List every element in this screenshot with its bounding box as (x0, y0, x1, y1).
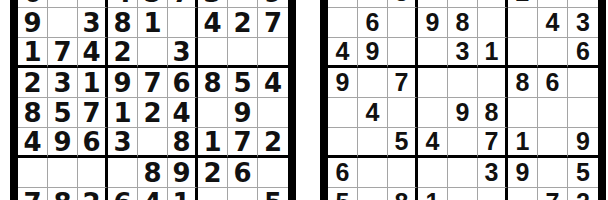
left-cell-r7c9[interactable] (258, 158, 288, 188)
right-cell-r2c5[interactable]: 8 (448, 8, 478, 38)
left-cell-r1c2[interactable] (48, 0, 78, 8)
left-cell-r5c1[interactable]: 8 (18, 98, 48, 128)
right-cell-r2c7[interactable] (508, 8, 538, 38)
left-cell-r5c5[interactable]: 2 (138, 98, 168, 128)
left-cell-r5c6[interactable]: 4 (168, 98, 198, 128)
sudoku-board-left: 6457399381427174232319768548571249496381… (10, 0, 296, 200)
left-cell-r3c9[interactable] (258, 38, 288, 68)
right-cell-r6c2[interactable] (358, 128, 388, 158)
right-cell-r4c7[interactable]: 8 (508, 68, 538, 98)
right-cell-r7c9[interactable]: 5 (568, 158, 598, 188)
right-cell-r2c1[interactable] (328, 8, 358, 38)
left-cell-r3c6[interactable]: 3 (168, 38, 198, 68)
right-cell-r1c7[interactable]: 2 (508, 0, 538, 8)
left-cell-r1c6[interactable]: 7 (168, 0, 198, 8)
left-cell-r7c4[interactable] (108, 158, 138, 188)
left-cell-r6c6[interactable]: 8 (168, 128, 198, 158)
right-cell-r8c9[interactable]: 2 (568, 188, 598, 200)
right-cell-r7c2[interactable] (358, 158, 388, 188)
right-cell-r1c1[interactable] (328, 0, 358, 8)
right-cell-r4c9[interactable] (568, 68, 598, 98)
left-cell-r3c2[interactable]: 7 (48, 38, 78, 68)
right-cell-r3c6[interactable]: 1 (478, 38, 508, 68)
right-cell-r7c8[interactable] (538, 158, 568, 188)
right-cell-r4c3[interactable]: 7 (388, 68, 418, 98)
right-cell-r5c9[interactable] (568, 98, 598, 128)
right-cell-r6c7[interactable]: 1 (508, 128, 538, 158)
right-cell-r8c1[interactable]: 5 (328, 188, 358, 200)
right-cell-r3c2[interactable]: 9 (358, 38, 388, 68)
left-cell-r6c3[interactable]: 6 (78, 128, 108, 158)
left-cell-r5c2[interactable]: 5 (48, 98, 78, 128)
right-cell-r5c4[interactable] (418, 98, 448, 128)
right-cell-r2c2[interactable]: 6 (358, 8, 388, 38)
right-cell-r3c4[interactable] (418, 38, 448, 68)
right-cell-r4c1[interactable]: 9 (328, 68, 358, 98)
left-cell-r5c4[interactable]: 1 (108, 98, 138, 128)
left-cell-r4c5[interactable]: 7 (138, 68, 168, 98)
left-cell-r8c3[interactable]: 2 (78, 188, 108, 200)
right-cell-r7c6[interactable]: 3 (478, 158, 508, 188)
left-cell-r4c1[interactable]: 2 (18, 68, 48, 98)
right-cell-r6c1[interactable] (328, 128, 358, 158)
right-cell-r2c8[interactable]: 4 (538, 8, 568, 38)
right-cell-r7c4[interactable] (418, 158, 448, 188)
right-cell-r5c5[interactable]: 9 (448, 98, 478, 128)
right-cell-r8c8[interactable]: 7 (538, 188, 568, 200)
right-cell-r8c2[interactable] (358, 188, 388, 200)
right-cell-r4c2[interactable] (358, 68, 388, 98)
left-cell-r3c8[interactable] (228, 38, 258, 68)
left-cell-r2c8[interactable]: 2 (228, 8, 258, 38)
left-cell-r6c2[interactable]: 9 (48, 128, 78, 158)
left-cell-r6c5[interactable] (138, 128, 168, 158)
right-cell-r1c8[interactable] (538, 0, 568, 8)
right-cell-r5c8[interactable] (538, 98, 568, 128)
right-cell-r4c8[interactable]: 6 (538, 68, 568, 98)
left-cell-r2c6[interactable] (168, 8, 198, 38)
left-cell-r8c1[interactable]: 7 (18, 188, 48, 200)
left-cell-r5c7[interactable] (198, 98, 228, 128)
sudoku-board-right: 326984349316978649854719639558172 (320, 0, 606, 200)
right-cell-r6c4[interactable]: 4 (418, 128, 448, 158)
left-cell-r4c6[interactable]: 6 (168, 68, 198, 98)
right-cell-r6c6[interactable]: 7 (478, 128, 508, 158)
left-cell-r8c7[interactable] (198, 188, 228, 200)
left-cell-r6c8[interactable]: 7 (228, 128, 258, 158)
right-cell-r7c1[interactable]: 6 (328, 158, 358, 188)
right-cell-r2c9[interactable]: 3 (568, 8, 598, 38)
left-cell-r7c1[interactable] (18, 158, 48, 188)
left-cell-r8c9[interactable]: 5 (258, 188, 288, 200)
right-cell-r4c5[interactable] (448, 68, 478, 98)
left-cell-r7c3[interactable] (78, 158, 108, 188)
left-cell-r8c2[interactable]: 8 (48, 188, 78, 200)
left-cell-r2c5[interactable]: 1 (138, 8, 168, 38)
left-cell-r4c9[interactable]: 4 (258, 68, 288, 98)
left-cell-r2c1[interactable]: 9 (18, 8, 48, 38)
right-cell-r7c3[interactable] (388, 158, 418, 188)
right-cell-r8c4[interactable]: 1 (418, 188, 448, 200)
left-cell-r3c7[interactable] (198, 38, 228, 68)
right-cell-r5c1[interactable] (328, 98, 358, 128)
left-cell-r8c5[interactable]: 4 (138, 188, 168, 200)
sudoku-grid-right: 326984349316978649854719639558172 (328, 0, 598, 200)
right-cell-r3c5[interactable]: 3 (448, 38, 478, 68)
right-cell-r1c6[interactable] (478, 0, 508, 8)
left-cell-r3c5[interactable] (138, 38, 168, 68)
right-cell-r8c6[interactable] (478, 188, 508, 200)
right-cell-r8c7[interactable] (508, 188, 538, 200)
right-cell-r6c8[interactable] (538, 128, 568, 158)
left-cell-r7c8[interactable]: 6 (228, 158, 258, 188)
left-cell-r6c1[interactable]: 4 (18, 128, 48, 158)
right-cell-r3c7[interactable] (508, 38, 538, 68)
right-cell-r5c3[interactable] (388, 98, 418, 128)
left-cell-r7c2[interactable] (48, 158, 78, 188)
left-cell-r5c3[interactable]: 7 (78, 98, 108, 128)
right-cell-r8c5[interactable] (448, 188, 478, 200)
left-cell-r2c4[interactable]: 8 (108, 8, 138, 38)
left-cell-r8c8[interactable] (228, 188, 258, 200)
left-cell-r4c3[interactable]: 1 (78, 68, 108, 98)
left-cell-r4c2[interactable]: 3 (48, 68, 78, 98)
left-cell-r5c8[interactable]: 9 (228, 98, 258, 128)
right-cell-r1c3[interactable]: 3 (388, 0, 418, 8)
left-cell-r4c8[interactable]: 5 (228, 68, 258, 98)
left-cell-r4c4[interactable]: 9 (108, 68, 138, 98)
left-cell-r3c1[interactable]: 1 (18, 38, 48, 68)
left-cell-r3c4[interactable]: 2 (108, 38, 138, 68)
sudoku-grid-left: 6457399381427174232319768548571249496381… (18, 0, 288, 200)
left-cell-r8c6[interactable]: 1 (168, 188, 198, 200)
right-cell-r2c3[interactable] (388, 8, 418, 38)
right-cell-r2c4[interactable]: 9 (418, 8, 448, 38)
right-cell-r5c6[interactable]: 8 (478, 98, 508, 128)
right-cell-r1c9[interactable] (568, 0, 598, 8)
right-cell-r5c7[interactable] (508, 98, 538, 128)
left-cell-r6c9[interactable]: 2 (258, 128, 288, 158)
right-cell-r3c9[interactable]: 6 (568, 38, 598, 68)
left-cell-r2c3[interactable]: 3 (78, 8, 108, 38)
right-cell-r6c5[interactable] (448, 128, 478, 158)
right-cell-r7c5[interactable] (448, 158, 478, 188)
left-cell-r7c6[interactable]: 9 (168, 158, 198, 188)
right-cell-r3c1[interactable]: 4 (328, 38, 358, 68)
left-cell-r3c3[interactable]: 4 (78, 38, 108, 68)
right-cell-r1c2[interactable] (358, 0, 388, 8)
left-cell-r7c5[interactable]: 8 (138, 158, 168, 188)
left-cell-r7c7[interactable]: 2 (198, 158, 228, 188)
right-cell-r3c3[interactable] (388, 38, 418, 68)
right-cell-r1c5[interactable] (448, 0, 478, 8)
right-cell-r3c8[interactable] (538, 38, 568, 68)
right-cell-r4c4[interactable] (418, 68, 448, 98)
left-cell-r2c9[interactable]: 7 (258, 8, 288, 38)
left-cell-r8c4[interactable]: 6 (108, 188, 138, 200)
right-cell-r5c2[interactable]: 4 (358, 98, 388, 128)
right-cell-r8c3[interactable]: 8 (388, 188, 418, 200)
left-cell-r6c7[interactable]: 1 (198, 128, 228, 158)
left-cell-r4c7[interactable]: 8 (198, 68, 228, 98)
left-cell-r2c2[interactable] (48, 8, 78, 38)
right-cell-r6c3[interactable]: 5 (388, 128, 418, 158)
right-cell-r6c9[interactable]: 9 (568, 128, 598, 158)
left-cell-r2c7[interactable]: 4 (198, 8, 228, 38)
right-cell-r4c6[interactable] (478, 68, 508, 98)
left-cell-r6c4[interactable]: 3 (108, 128, 138, 158)
right-cell-r1c4[interactable] (418, 0, 448, 8)
right-cell-r2c6[interactable] (478, 8, 508, 38)
right-cell-r7c7[interactable]: 9 (508, 158, 538, 188)
left-cell-r5c9[interactable] (258, 98, 288, 128)
